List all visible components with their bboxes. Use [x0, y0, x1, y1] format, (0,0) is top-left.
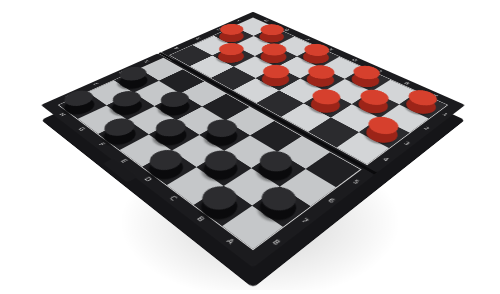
- rank-label-right-5: 5: [351, 179, 360, 185]
- rank-label-left-4: 4: [174, 46, 181, 49]
- square-e3[interactable]: ●●: [255, 67, 300, 90]
- file-label-g: G: [76, 127, 86, 132]
- file-label-b: B: [403, 81, 411, 85]
- checker-top-glyph: ●: [254, 20, 294, 39]
- checker-top-glyph: ●: [255, 59, 300, 82]
- square-a1[interactable]: ●●: [399, 92, 447, 119]
- checker-side-glyph: ●: [112, 68, 160, 93]
- rank-label-right-4: 4: [381, 157, 390, 163]
- rank-label-left-3: 3: [196, 36, 203, 39]
- piece-red-h2[interactable]: ●●: [214, 27, 254, 46]
- square-e2[interactable]: [277, 56, 320, 78]
- file-label-f: F: [305, 37, 311, 40]
- file-label-a: A: [224, 238, 235, 246]
- checker-side-glyph: ●: [212, 25, 254, 45]
- rank-label-right-2: 2: [422, 126, 430, 131]
- rank-label-right-1: 1: [441, 112, 449, 117]
- checker-side-glyph: ●: [253, 45, 298, 67]
- rank-label-right-8: 8: [271, 239, 282, 247]
- file-label-e: E: [119, 159, 128, 165]
- square-g3[interactable]: ●●: [212, 46, 254, 67]
- square-f3[interactable]: [233, 56, 276, 78]
- square-h2[interactable]: ●●: [214, 27, 254, 46]
- square-c1[interactable]: ●●: [345, 68, 390, 92]
- checker-side-glyph: ●: [299, 66, 346, 91]
- piece-red-a1[interactable]: ●●: [399, 92, 447, 119]
- product-photo: ●●●●●●●●●●●●●●●●●●●●●●●●HGFEDCBA12341234…: [0, 0, 500, 294]
- square-h1[interactable]: [234, 18, 273, 36]
- board-rig: ●●●●●●●●●●●●●●●●●●●●●●●●HGFEDCBA12341234…: [103, 0, 403, 255]
- piece-black-h8[interactable]: ●●: [59, 92, 106, 119]
- checkers-board: ●●●●●●●●●●●●●●●●●●●●●●●●HGFEDCBA12341234…: [41, 12, 465, 268]
- piece-red-e3[interactable]: ●●: [255, 67, 300, 90]
- checker-side-glyph: ●: [211, 44, 256, 66]
- checker-side-glyph: ●: [254, 66, 301, 91]
- square-g5[interactable]: [159, 69, 204, 93]
- checker-side-glyph: ●: [296, 45, 341, 67]
- square-f2[interactable]: ●●: [255, 46, 297, 67]
- rank-label-right-3: 3: [402, 141, 410, 146]
- piece-red-e1[interactable]: ●●: [297, 46, 339, 67]
- square-f1[interactable]: [275, 36, 316, 56]
- piece-red-g1[interactable]: ●●: [254, 27, 294, 46]
- square-h8[interactable]: ●●: [59, 92, 106, 119]
- checker-top-glyph: ●: [346, 60, 391, 83]
- file-label-d: D: [351, 58, 359, 62]
- square-g2[interactable]: [234, 36, 275, 56]
- piece-red-d2[interactable]: ●●: [300, 67, 345, 91]
- file-label-h: H: [263, 19, 270, 22]
- square-e4[interactable]: [233, 78, 279, 103]
- checker-top-glyph: ●: [213, 19, 254, 38]
- piece-black-h6[interactable]: ●●: [114, 69, 159, 93]
- checker-top-glyph: ●: [113, 61, 159, 85]
- square-f4[interactable]: [211, 67, 256, 90]
- piece-red-g3[interactable]: ●●: [212, 46, 254, 67]
- file-label-c: C: [167, 195, 177, 202]
- rank-label-left-5: 5: [144, 59, 152, 63]
- piece-red-f2[interactable]: ●●: [255, 46, 297, 67]
- piece-red-c1[interactable]: ●●: [345, 68, 390, 92]
- checker-side-glyph: ●: [344, 66, 391, 91]
- square-h3[interactable]: [193, 36, 234, 56]
- square-g4[interactable]: [190, 56, 233, 78]
- rank-label-left-6: 6: [119, 70, 127, 74]
- square-h4[interactable]: [170, 45, 212, 66]
- checker-top-glyph: ●: [297, 39, 339, 60]
- rank-label-left-1: 1: [236, 19, 243, 22]
- rank-label-right-6: 6: [326, 197, 336, 204]
- square-d1[interactable]: [320, 57, 364, 79]
- file-label-c: C: [377, 69, 385, 73]
- square-e1[interactable]: ●●: [297, 46, 339, 67]
- checker-top-glyph: ●: [212, 38, 255, 59]
- file-label-g: G: [284, 28, 291, 31]
- square-h6[interactable]: ●●: [114, 69, 159, 93]
- square-h5[interactable]: [139, 58, 183, 80]
- square-g1[interactable]: ●●: [254, 27, 294, 46]
- file-label-e: E: [328, 47, 335, 50]
- checker-top-glyph: ●: [301, 59, 346, 82]
- checker-top-glyph: ●: [255, 38, 298, 59]
- checker-side-glyph: ●: [253, 26, 295, 46]
- rank-label-right-7: 7: [300, 217, 310, 224]
- square-d2[interactable]: ●●: [300, 67, 345, 91]
- rank-label-left-2: 2: [216, 27, 223, 30]
